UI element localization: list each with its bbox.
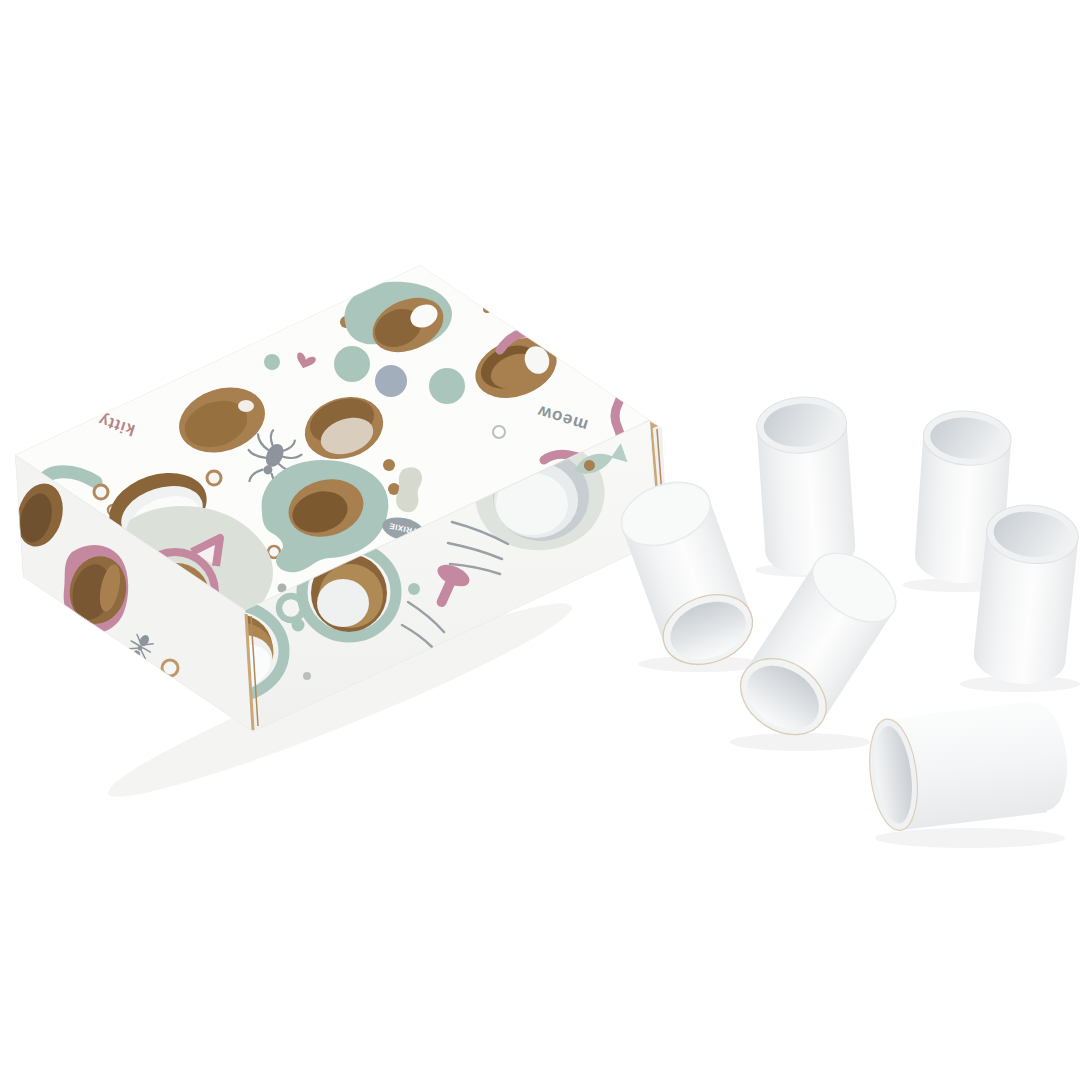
- scene: kitty: [0, 0, 1080, 1080]
- cardboard-tube-5: [726, 539, 908, 750]
- small-hole: [162, 660, 178, 676]
- cardboard-tube-4: [971, 501, 1080, 689]
- gray-dot: [303, 672, 311, 680]
- cardboard-tube-2: [755, 394, 857, 578]
- sage-dot: [408, 583, 420, 595]
- cardboard-mark: [97, 703, 112, 715]
- small-hole: [94, 485, 108, 499]
- small-hole: [493, 426, 505, 438]
- cardboard-tube-6: [864, 698, 1073, 833]
- product-photo-svg: kitty: [0, 0, 1080, 1080]
- snack-box: kitty: [10, 265, 668, 732]
- small-hole: [207, 471, 221, 485]
- cardboard-tube-1: [613, 471, 763, 676]
